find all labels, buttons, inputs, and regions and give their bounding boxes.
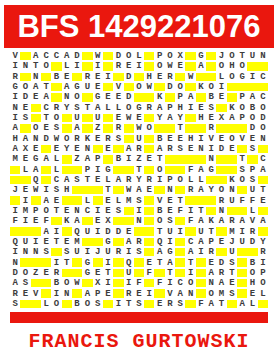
grid-cell: A	[196, 61, 206, 71]
grid-cell: Y	[62, 103, 72, 113]
grid-cell-blank	[124, 134, 134, 144]
grid-cell: E	[154, 299, 164, 309]
grid-cell: A	[206, 299, 216, 309]
grid-cell: K	[206, 216, 216, 226]
grid-cell: S	[20, 278, 30, 288]
grid-cell: Y	[154, 113, 164, 123]
grid-cell-blank	[206, 206, 216, 216]
grid-cell-blank	[258, 82, 268, 92]
grid-cell: S	[134, 247, 144, 257]
grid-cell-blank	[41, 165, 51, 175]
grid-cell: D	[124, 72, 134, 82]
grid-cell: I	[10, 92, 20, 102]
grid-cell: A	[134, 185, 144, 195]
grid-cell: G	[134, 103, 144, 113]
grid-cell: S	[175, 144, 185, 154]
grid-cell: A	[258, 216, 268, 226]
grid-cell-blank	[72, 72, 82, 82]
grid-cell: E	[196, 103, 206, 113]
grid-cell: I	[216, 82, 226, 92]
grid-cell: M	[72, 237, 82, 247]
grid-cell-blank	[175, 247, 185, 257]
grid-cell-blank	[103, 51, 113, 61]
grid-cell: I	[72, 61, 82, 71]
grid-cell-blank	[185, 61, 195, 71]
grid-cell-blank	[227, 123, 237, 133]
grid-cell: L	[103, 175, 113, 185]
grid-cell: E	[247, 134, 257, 144]
grid-cell: W	[165, 61, 175, 71]
grid-cell: B	[206, 92, 216, 102]
grid-cell-blank	[227, 165, 237, 175]
grid-cell: W	[134, 123, 144, 133]
puzzle-grid: VACCADWDOLPOXGJOTUNINTOLIIREIOWEAOHORNBE…	[10, 51, 268, 309]
grid-cell: I	[93, 226, 103, 236]
grid-cell-blank	[144, 247, 154, 257]
grid-cell: O	[237, 103, 247, 113]
grid-cell-blank	[113, 216, 123, 226]
grid-cell: I	[165, 278, 175, 288]
grid-cell-blank	[82, 185, 92, 195]
grid-cell: E	[227, 144, 237, 154]
grid-cell: E	[20, 154, 30, 164]
grid-cell: N	[185, 288, 195, 298]
grid-cell-blank	[144, 134, 154, 144]
grid-cell: A	[237, 299, 247, 309]
grid-cell-blank	[20, 226, 30, 236]
grid-cell: E	[20, 185, 30, 195]
grid-cell: O	[124, 51, 134, 61]
grid-cell: A	[196, 216, 206, 226]
grid-cell: O	[227, 51, 237, 61]
grid-cell: E	[72, 144, 82, 154]
grid-cell: I	[31, 237, 41, 247]
grid-cell: B	[154, 206, 164, 216]
grid-cell: U	[247, 51, 257, 61]
grid-cell: P	[175, 92, 185, 102]
grid-cell-blank	[82, 237, 92, 247]
grid-cell: Z	[93, 123, 103, 133]
grid-cell: I	[113, 299, 123, 309]
grid-cell: X	[216, 113, 226, 123]
grid-cell: N	[31, 72, 41, 82]
grid-cell: C	[175, 278, 185, 288]
grid-cell: R	[144, 175, 154, 185]
grid-cell: U	[82, 226, 92, 236]
grid-cell: A	[206, 268, 216, 278]
grid-cell: W	[93, 51, 103, 61]
grid-cell-blank	[82, 113, 92, 123]
grid-cell: E	[93, 82, 103, 92]
grid-cell: D	[72, 51, 82, 61]
grid-cell: P	[165, 103, 175, 113]
grid-cell-blank	[175, 72, 185, 82]
grid-cell-blank	[196, 123, 206, 133]
grid-cell: E	[93, 72, 103, 82]
grid-cell: A	[10, 278, 20, 288]
grid-cell: E	[62, 206, 72, 216]
grid-cell-blank	[206, 72, 216, 82]
grid-cell-blank	[31, 195, 41, 205]
grid-cell: C	[41, 51, 51, 61]
grid-cell: Y	[175, 113, 185, 123]
grid-cell-blank	[185, 154, 195, 164]
grid-cell-blank	[82, 61, 92, 71]
grid-cell: V	[237, 134, 247, 144]
grid-cell: W	[124, 113, 134, 123]
grid-cell-blank	[113, 185, 123, 195]
grid-cell-blank	[185, 123, 195, 133]
grid-cell-blank	[93, 144, 103, 154]
grid-cell: D	[124, 92, 134, 102]
grid-cell: D	[113, 51, 123, 61]
grid-cell-blank	[227, 206, 237, 216]
grid-cell-blank	[144, 237, 154, 247]
grid-cell: I	[134, 206, 144, 216]
grid-cell: N	[10, 103, 20, 113]
grid-cell: L	[185, 175, 195, 185]
grid-cell: R	[134, 237, 144, 247]
grid-cell: E	[144, 154, 154, 164]
grid-cell: R	[185, 185, 195, 195]
grid-cell: E	[20, 288, 30, 298]
grid-cell: L	[20, 165, 30, 175]
grid-cell: S	[72, 103, 82, 113]
grid-cell: F	[134, 278, 144, 288]
grid-cell: J	[227, 237, 237, 247]
grid-cell: A	[10, 144, 20, 154]
grid-cell: P	[93, 288, 103, 298]
grid-cell: D	[103, 226, 113, 236]
grid-cell-blank	[20, 123, 30, 133]
grid-cell: N	[134, 216, 144, 226]
grid-cell: O	[258, 123, 268, 133]
grid-cell: P	[258, 268, 268, 278]
grid-cell: A	[185, 247, 195, 257]
grid-cell: S	[237, 165, 247, 175]
grid-cell: L	[51, 165, 61, 175]
grid-cell: T	[134, 165, 144, 175]
grid-cell: O	[175, 82, 185, 92]
grid-cell: E	[103, 288, 113, 298]
grid-cell-blank	[227, 82, 237, 92]
grid-cell: G	[31, 154, 41, 164]
grid-cell: O	[20, 268, 30, 278]
grid-cell: N	[31, 134, 41, 144]
divider-bar	[10, 312, 268, 323]
grid-cell: S	[93, 299, 103, 309]
grid-cell: E	[103, 144, 113, 154]
grid-cell-blank	[144, 226, 154, 236]
grid-cell: R	[10, 72, 20, 82]
grid-cell: S	[113, 206, 123, 216]
grid-cell: L	[82, 195, 92, 205]
grid-cell: L	[41, 299, 51, 309]
grid-cell: Y	[134, 175, 144, 185]
grid-cell: C	[185, 237, 195, 247]
grid-cell: L	[247, 206, 257, 216]
grid-cell: N	[10, 257, 20, 267]
grid-cell: V	[206, 134, 216, 144]
grid-cell: A	[154, 103, 164, 113]
grid-cell: N	[258, 134, 268, 144]
grid-cell: I	[103, 278, 113, 288]
grid-cell: R	[72, 134, 82, 144]
grid-cell: B	[154, 134, 164, 144]
grid-cell: D	[10, 268, 20, 278]
grid-cell: A	[31, 82, 41, 92]
grid-cell: O	[237, 61, 247, 71]
grid-cell: Q	[72, 226, 82, 236]
grid-cell: T	[41, 82, 51, 92]
grid-cell: V	[247, 216, 257, 226]
grid-cell: Q	[10, 237, 20, 247]
grid-cell: W	[124, 185, 134, 195]
grid-cell-blank	[41, 288, 51, 298]
grid-cell: H	[144, 72, 154, 82]
grid-cell-blank	[72, 257, 82, 267]
grid-cell-blank	[62, 299, 72, 309]
grid-cell: U	[82, 82, 92, 92]
grid-cell: D	[113, 226, 123, 236]
grid-cell-blank	[237, 123, 247, 133]
grid-cell: T	[31, 61, 41, 71]
grid-cell-blank	[144, 92, 154, 102]
grid-cell: L	[247, 299, 257, 309]
grid-cell: S	[51, 185, 61, 195]
grid-cell: S	[165, 216, 175, 226]
grid-cell: I	[154, 175, 164, 185]
grid-cell: C	[258, 92, 268, 102]
grid-cell: R	[124, 175, 134, 185]
grid-cell: A	[41, 92, 51, 102]
grid-cell: E	[93, 268, 103, 278]
grid-cell-blank	[216, 123, 226, 133]
grid-cell: E	[144, 185, 154, 195]
grid-cell: I	[93, 165, 103, 175]
grid-cell: I	[165, 237, 175, 247]
grid-cell-blank	[31, 278, 41, 288]
grid-cell-blank	[20, 299, 30, 309]
grid-cell-blank	[258, 61, 268, 71]
grid-cell: B	[247, 103, 257, 113]
grid-cell: R	[258, 247, 268, 257]
grid-cell: A	[31, 165, 41, 175]
grid-cell: R	[165, 72, 175, 82]
grid-cell: F	[144, 268, 154, 278]
grid-cell: A	[113, 175, 123, 185]
grid-cell: R	[134, 144, 144, 154]
grid-cell-blank	[72, 288, 82, 298]
grid-cell-blank	[196, 257, 206, 267]
grid-cell: N	[72, 206, 82, 216]
grid-cell: S	[10, 299, 20, 309]
grid-cell-blank	[82, 123, 92, 133]
grid-cell: S	[247, 175, 257, 185]
grid-cell-blank	[175, 154, 185, 164]
grid-cell: A	[41, 226, 51, 236]
grid-cell: V	[113, 82, 123, 92]
grid-cell-blank	[196, 195, 206, 205]
grid-cell: N	[20, 247, 30, 257]
grid-cell: T	[51, 206, 61, 216]
grid-cell-blank	[237, 247, 247, 257]
grid-cell-blank	[93, 237, 103, 247]
grid-cell: O	[247, 113, 257, 123]
grid-cell-blank	[82, 51, 92, 61]
grid-cell-blank	[227, 299, 237, 309]
author-name-text: FRANCIS GURTOWSKI	[28, 330, 249, 353]
grid-cell-blank	[258, 206, 268, 216]
grid-cell: D	[247, 123, 257, 133]
grid-cell: M	[10, 154, 20, 164]
grid-cell: T	[62, 257, 72, 267]
grid-cell-blank	[144, 165, 154, 175]
grid-cell: E	[185, 144, 195, 154]
grid-cell-blank	[10, 165, 20, 175]
grid-cell: B	[113, 154, 123, 164]
grid-cell-blank	[20, 257, 30, 267]
grid-cell: R	[216, 195, 226, 205]
grid-cell: D	[216, 257, 226, 267]
grid-cell: N	[216, 206, 226, 216]
grid-cell: S	[51, 123, 61, 133]
grid-cell: A	[20, 134, 30, 144]
grid-cell: O	[206, 82, 216, 92]
grid-cell-blank	[175, 257, 185, 267]
grid-cell: C	[82, 206, 92, 216]
grid-cell: S	[134, 299, 144, 309]
grid-cell-blank	[144, 61, 154, 71]
grid-cell-blank	[62, 154, 72, 164]
grid-cell: D	[165, 82, 175, 92]
grid-cell: R	[113, 123, 123, 133]
grid-cell: E	[124, 61, 134, 71]
grid-cell: Z	[31, 268, 41, 278]
grid-cell-blank	[20, 175, 30, 185]
grid-cell-blank	[144, 216, 154, 226]
grid-cell: E	[103, 206, 113, 216]
grid-cell: I	[10, 247, 20, 257]
grid-cell: U	[134, 134, 144, 144]
grid-cell: T	[51, 237, 61, 247]
grid-cell-blank	[72, 195, 82, 205]
grid-cell-blank	[165, 154, 175, 164]
grid-cell-blank	[175, 268, 185, 278]
grid-cell: O	[216, 185, 226, 195]
grid-cell: C	[258, 72, 268, 82]
grid-cell: M	[216, 288, 226, 298]
grid-cell: T	[124, 299, 134, 309]
grid-cell: I	[185, 103, 195, 113]
grid-cell: R	[124, 288, 134, 298]
grid-cell: O	[227, 134, 237, 144]
grid-cell: N	[196, 144, 206, 154]
grid-cell: O	[62, 278, 72, 288]
grid-cell: H	[185, 134, 195, 144]
grid-cell: U	[20, 237, 30, 247]
grid-cell: E	[175, 134, 185, 144]
grid-cell: I	[20, 195, 30, 205]
grid-cell-blank	[93, 195, 103, 205]
grid-cell-blank	[247, 82, 257, 92]
grid-cell-blank	[247, 154, 257, 164]
grid-cell: I	[258, 257, 268, 267]
grid-cell: X	[175, 51, 185, 61]
grid-cell-blank	[103, 113, 113, 123]
grid-cell: X	[93, 278, 103, 288]
grid-cell: A	[124, 144, 134, 154]
grid-cell: J	[10, 185, 20, 195]
grid-cell: A	[247, 92, 257, 102]
grid-cell-blank	[62, 123, 72, 133]
grid-cell: T	[165, 268, 175, 278]
grid-cell: S	[41, 247, 51, 257]
grid-cell: E	[124, 226, 134, 236]
grid-cell-blank	[41, 257, 51, 267]
grid-cell: I	[196, 134, 206, 144]
grid-cell: S	[72, 175, 82, 185]
grid-cell-blank	[134, 226, 144, 236]
grid-cell: R	[216, 268, 226, 278]
grid-cell-blank	[10, 195, 20, 205]
grid-cell: O	[154, 216, 164, 226]
grid-cell: T	[103, 268, 113, 278]
grid-cell: Z	[134, 154, 144, 164]
grid-cell: S	[175, 299, 185, 309]
grid-cell: W	[185, 72, 195, 82]
grid-cell: E	[31, 144, 41, 154]
grid-cell-blank	[258, 226, 268, 236]
grid-cell: E	[62, 72, 72, 82]
grid-cell: I	[247, 72, 257, 82]
grid-cell: A	[165, 257, 175, 267]
grid-cell: U	[196, 226, 206, 236]
grid-cell: C	[41, 103, 51, 113]
grid-cell: T	[216, 299, 226, 309]
grid-cell: G	[82, 268, 92, 278]
grid-cell: I	[10, 113, 20, 123]
grid-cell: K	[62, 216, 72, 226]
grid-cell: J	[93, 247, 103, 257]
grid-cell: A	[165, 113, 175, 123]
grid-cell: V	[154, 195, 164, 205]
grid-cell: E	[41, 268, 51, 278]
grid-cell: D	[216, 144, 226, 154]
grid-cell: U	[72, 247, 82, 257]
grid-cell: H	[227, 61, 237, 71]
grid-cell: S	[62, 247, 72, 257]
grid-cell-blank	[124, 206, 134, 216]
grid-cell: A	[154, 144, 164, 154]
grid-cell-blank	[62, 226, 72, 236]
grid-cell-blank	[247, 61, 257, 71]
grid-cell-blank	[185, 226, 195, 236]
grid-cell-blank	[103, 154, 113, 164]
grid-cell: A	[82, 154, 92, 164]
grid-cell-blank	[196, 288, 206, 298]
grid-cell: V	[165, 288, 175, 298]
grid-cell: E	[154, 72, 164, 82]
grid-cell-blank	[185, 51, 195, 61]
grid-cell: I	[103, 257, 113, 267]
grid-cell: E	[31, 92, 41, 102]
grid-cell-blank	[82, 216, 92, 226]
grid-cell: O	[216, 61, 226, 71]
grid-cell-blank	[41, 72, 51, 82]
grid-cell: S	[227, 288, 237, 298]
grid-cell: I	[93, 206, 103, 216]
